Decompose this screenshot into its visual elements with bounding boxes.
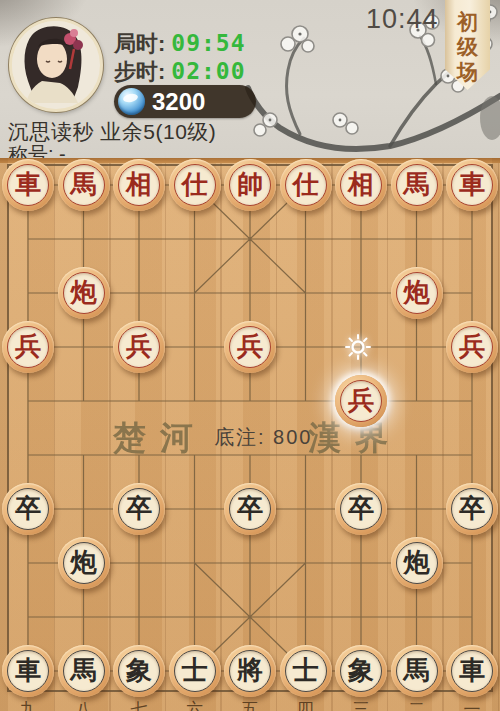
game-time-label: 局时: — [114, 29, 165, 59]
piece-black-advisor[interactable]: 士 — [169, 645, 221, 697]
piece-character: 兵 — [237, 333, 263, 359]
piece-face: 車 — [7, 164, 49, 206]
file-label: 四 — [297, 698, 314, 711]
piece-face: 士 — [174, 650, 216, 692]
xiangqi-board[interactable]: 楚河 底注: 800 漢界 九八七六五四三二一 車馬相仕帥仕相馬車炮炮兵兵兵兵兵… — [0, 158, 500, 711]
piece-character: 士 — [293, 657, 319, 683]
piece-face: 車 — [451, 164, 493, 206]
piece-face: 炮 — [63, 272, 105, 314]
file-label: 八 — [75, 698, 92, 711]
move-time-row: 步时: 02:00 — [114, 57, 246, 87]
piece-red-soldier[interactable]: 兵 — [113, 321, 165, 373]
piece-character: 車 — [459, 171, 485, 197]
header: 局时: 09:54 步时: 02:00 3200 沉思读秒 业余5(10级) 称… — [0, 0, 500, 158]
piece-face: 馬 — [396, 164, 438, 206]
piece-face: 士 — [285, 650, 327, 692]
piece-black-elephant[interactable]: 象 — [113, 645, 165, 697]
piece-character: 炮 — [404, 549, 430, 575]
piece-character: 卒 — [459, 495, 485, 521]
piece-character: 象 — [126, 657, 152, 683]
game-time-row: 局时: 09:54 — [114, 29, 246, 59]
piece-character: 卒 — [126, 495, 152, 521]
piece-red-soldier[interactable]: 兵 — [335, 375, 387, 427]
piece-black-chariot[interactable]: 車 — [446, 645, 498, 697]
piece-red-chariot[interactable]: 車 — [446, 159, 498, 211]
piece-black-soldier[interactable]: 卒 — [335, 483, 387, 535]
piece-face: 兵 — [229, 326, 271, 368]
file-label: 三 — [353, 698, 370, 711]
piece-face: 兵 — [7, 326, 49, 368]
piece-red-chariot[interactable]: 車 — [2, 159, 54, 211]
piece-red-advisor[interactable]: 仕 — [280, 159, 332, 211]
file-label: 一 — [464, 698, 481, 711]
piece-face: 兵 — [340, 380, 382, 422]
piece-black-horse[interactable]: 馬 — [391, 645, 443, 697]
river-text-left: 楚河 — [113, 416, 207, 461]
piece-face: 帥 — [229, 164, 271, 206]
piece-face: 卒 — [118, 488, 160, 530]
piece-face: 相 — [118, 164, 160, 206]
piece-face: 象 — [340, 650, 382, 692]
piece-character: 卒 — [237, 495, 263, 521]
piece-black-soldier[interactable]: 卒 — [2, 483, 54, 535]
piece-face: 馬 — [396, 650, 438, 692]
piece-face: 兵 — [118, 326, 160, 368]
piece-character: 馬 — [71, 171, 97, 197]
piece-face: 馬 — [63, 164, 105, 206]
piece-face: 炮 — [396, 272, 438, 314]
piece-face: 卒 — [229, 488, 271, 530]
piece-black-chariot[interactable]: 車 — [2, 645, 54, 697]
room-level-ribbon[interactable]: 初 级 场 — [445, 0, 490, 90]
piece-character: 馬 — [404, 657, 430, 683]
piece-character: 卒 — [15, 495, 41, 521]
stake-label: 底注: 800 — [214, 424, 312, 451]
piece-face: 炮 — [396, 542, 438, 584]
piece-black-soldier[interactable]: 卒 — [224, 483, 276, 535]
piece-face: 仕 — [285, 164, 327, 206]
piece-character: 相 — [348, 171, 374, 197]
piece-red-cannon[interactable]: 炮 — [391, 267, 443, 319]
piece-character: 兵 — [459, 333, 485, 359]
piece-red-horse[interactable]: 馬 — [391, 159, 443, 211]
piece-black-cannon[interactable]: 炮 — [391, 537, 443, 589]
piece-black-horse[interactable]: 馬 — [58, 645, 110, 697]
piece-character: 卒 — [348, 495, 374, 521]
piece-red-cannon[interactable]: 炮 — [58, 267, 110, 319]
piece-character: 馬 — [71, 657, 97, 683]
piece-character: 仕 — [182, 171, 208, 197]
piece-face: 車 — [7, 650, 49, 692]
piece-red-soldier[interactable]: 兵 — [224, 321, 276, 373]
system-clock: 10:44 — [366, 4, 439, 35]
piece-character: 兵 — [126, 333, 152, 359]
avatar[interactable] — [9, 18, 103, 112]
move-time-label: 步时: — [114, 57, 165, 87]
piece-red-elephant[interactable]: 相 — [335, 159, 387, 211]
piece-face: 卒 — [7, 488, 49, 530]
piece-red-soldier[interactable]: 兵 — [2, 321, 54, 373]
move-time-value: 02:00 — [171, 58, 245, 84]
piece-character: 炮 — [71, 279, 97, 305]
file-label: 二 — [408, 698, 425, 711]
piece-black-cannon[interactable]: 炮 — [58, 537, 110, 589]
piece-face: 仕 — [174, 164, 216, 206]
piece-red-soldier[interactable]: 兵 — [446, 321, 498, 373]
piece-black-elephant[interactable]: 象 — [335, 645, 387, 697]
file-label: 七 — [131, 698, 148, 711]
coin-amount: 3200 — [152, 88, 205, 116]
player-title-line: 称号: - — [8, 141, 66, 158]
piece-character: 車 — [15, 657, 41, 683]
piece-face: 兵 — [451, 326, 493, 368]
piece-character: 象 — [348, 657, 374, 683]
piece-black-soldier[interactable]: 卒 — [446, 483, 498, 535]
piece-red-elephant[interactable]: 相 — [113, 159, 165, 211]
piece-black-general[interactable]: 將 — [224, 645, 276, 697]
piece-red-advisor[interactable]: 仕 — [169, 159, 221, 211]
coin-icon — [118, 88, 145, 115]
piece-face: 炮 — [63, 542, 105, 584]
ribbon-char-1: 初 — [457, 9, 478, 34]
piece-black-soldier[interactable]: 卒 — [113, 483, 165, 535]
piece-face: 卒 — [340, 488, 382, 530]
piece-character: 車 — [15, 171, 41, 197]
piece-character: 馬 — [404, 171, 430, 197]
piece-red-horse[interactable]: 馬 — [58, 159, 110, 211]
piece-character: 車 — [459, 657, 485, 683]
piece-character: 炮 — [71, 549, 97, 575]
ribbon-char-3: 场 — [457, 59, 478, 84]
file-label: 五 — [242, 698, 259, 711]
piece-face: 卒 — [451, 488, 493, 530]
coin-balance-pill[interactable]: 3200 — [114, 85, 256, 118]
piece-character: 將 — [237, 657, 263, 683]
piece-character: 兵 — [348, 387, 374, 413]
piece-character: 仕 — [293, 171, 319, 197]
piece-face: 將 — [229, 650, 271, 692]
piece-face: 相 — [340, 164, 382, 206]
piece-face: 馬 — [63, 650, 105, 692]
file-label: 六 — [186, 698, 203, 711]
piece-character: 炮 — [404, 279, 430, 305]
game-time-value: 09:54 — [171, 30, 245, 56]
piece-character: 帥 — [237, 171, 263, 197]
piece-red-general[interactable]: 帥 — [224, 159, 276, 211]
file-label: 九 — [20, 698, 37, 711]
piece-face: 車 — [451, 650, 493, 692]
piece-black-advisor[interactable]: 士 — [280, 645, 332, 697]
piece-character: 士 — [182, 657, 208, 683]
piece-character: 相 — [126, 171, 152, 197]
piece-character: 兵 — [15, 333, 41, 359]
piece-face: 象 — [118, 650, 160, 692]
ribbon-char-2: 级 — [457, 34, 478, 59]
